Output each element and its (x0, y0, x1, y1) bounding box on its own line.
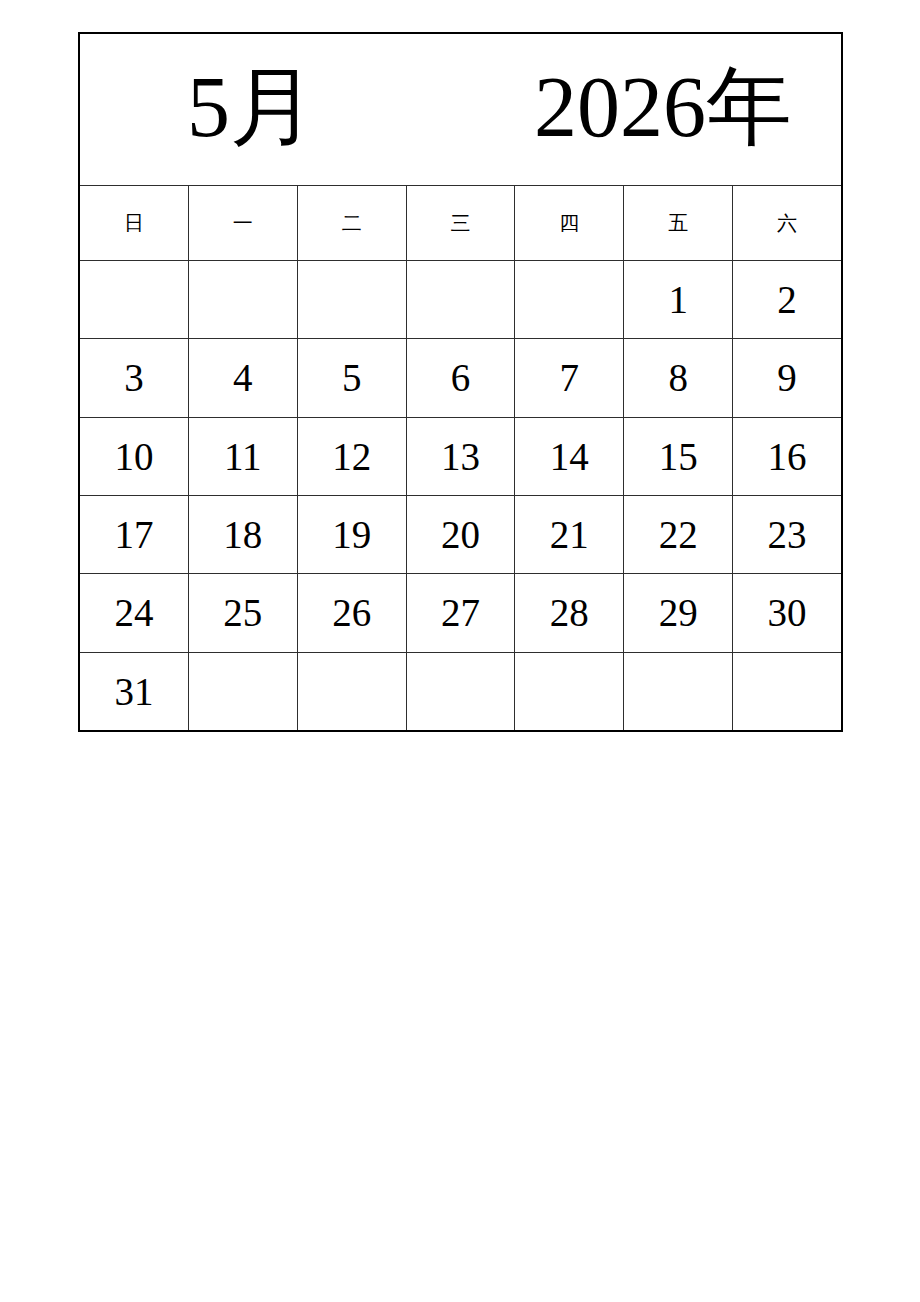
date-cell-11: 11 (189, 418, 297, 495)
date-cell-14: 14 (515, 418, 623, 495)
empty-cell (624, 653, 732, 730)
date-cell-7: 7 (515, 339, 623, 416)
date-cell-31: 31 (80, 653, 188, 730)
calendar-grid: 日一二三四五六123456789101112131415161718192021… (80, 186, 841, 730)
date-cell-1: 1 (624, 261, 732, 338)
date-cell-26: 26 (298, 574, 406, 651)
date-cell-24: 24 (80, 574, 188, 651)
weekday-header-五: 五 (624, 186, 732, 260)
empty-cell (407, 653, 515, 730)
date-cell-9: 9 (733, 339, 841, 416)
weekday-header-一: 一 (189, 186, 297, 260)
date-cell-28: 28 (515, 574, 623, 651)
empty-cell (407, 261, 515, 338)
empty-cell (515, 653, 623, 730)
date-cell-16: 16 (733, 418, 841, 495)
weekday-header-三: 三 (407, 186, 515, 260)
date-cell-30: 30 (733, 574, 841, 651)
empty-cell (298, 261, 406, 338)
empty-cell (189, 261, 297, 338)
date-cell-10: 10 (80, 418, 188, 495)
date-cell-29: 29 (624, 574, 732, 651)
empty-cell (189, 653, 297, 730)
calendar-page: 5月 2026年 日一二三四五六123456789101112131415161… (0, 0, 920, 1302)
weekday-header-六: 六 (733, 186, 841, 260)
date-cell-13: 13 (407, 418, 515, 495)
date-cell-21: 21 (515, 496, 623, 573)
date-cell-4: 4 (189, 339, 297, 416)
date-cell-12: 12 (298, 418, 406, 495)
calendar-title-row: 5月 2026年 (80, 34, 841, 186)
empty-cell (80, 261, 188, 338)
date-cell-3: 3 (80, 339, 188, 416)
date-cell-27: 27 (407, 574, 515, 651)
date-cell-23: 23 (733, 496, 841, 573)
empty-cell (515, 261, 623, 338)
date-cell-8: 8 (624, 339, 732, 416)
weekday-header-二: 二 (298, 186, 406, 260)
empty-cell (298, 653, 406, 730)
empty-cell (733, 653, 841, 730)
date-cell-18: 18 (189, 496, 297, 573)
weekday-header-四: 四 (515, 186, 623, 260)
year-title: 2026年 (534, 64, 792, 150)
date-cell-15: 15 (624, 418, 732, 495)
date-cell-17: 17 (80, 496, 188, 573)
date-cell-25: 25 (189, 574, 297, 651)
date-cell-22: 22 (624, 496, 732, 573)
calendar-table: 5月 2026年 日一二三四五六123456789101112131415161… (78, 32, 843, 732)
date-cell-19: 19 (298, 496, 406, 573)
weekday-header-日: 日 (80, 186, 188, 260)
month-title: 5月 (187, 64, 316, 150)
date-cell-6: 6 (407, 339, 515, 416)
date-cell-20: 20 (407, 496, 515, 573)
date-cell-2: 2 (733, 261, 841, 338)
date-cell-5: 5 (298, 339, 406, 416)
